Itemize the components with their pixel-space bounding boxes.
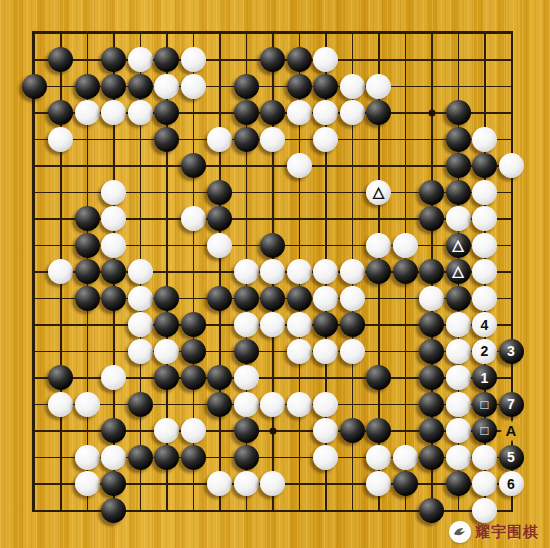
stone-white (366, 233, 391, 258)
intersection (206, 232, 233, 259)
intersection (286, 99, 313, 126)
intersection (339, 311, 366, 338)
stone-white (101, 445, 126, 470)
intersection (127, 99, 154, 126)
intersection (127, 46, 154, 73)
intersection (100, 258, 127, 285)
stone-black (48, 47, 73, 72)
intersection (47, 46, 74, 73)
logo: 耀宇围棋 (449, 518, 539, 546)
intersection (233, 126, 260, 153)
intersection (312, 338, 339, 365)
intersection (127, 444, 154, 471)
stone-black (419, 206, 444, 231)
stone-white (101, 100, 126, 125)
stone-black (101, 418, 126, 443)
intersection (233, 338, 260, 365)
intersection (418, 391, 445, 418)
stone-white (340, 286, 365, 311)
intersection (47, 99, 74, 126)
intersection (74, 285, 101, 312)
intersection: □ (471, 417, 498, 444)
stone-white (101, 365, 126, 390)
stone-white (128, 100, 153, 125)
intersection (259, 126, 286, 153)
stone-black-square-marked: □ (472, 418, 497, 443)
stone-black (181, 365, 206, 390)
stone-black (393, 259, 418, 284)
stone-white (472, 445, 497, 470)
intersection (74, 391, 101, 418)
stone-white (393, 445, 418, 470)
stone-black (366, 259, 391, 284)
stone-black (75, 74, 100, 99)
intersection (392, 258, 419, 285)
intersection (153, 73, 180, 100)
intersection: 4 (471, 311, 498, 338)
intersection (312, 126, 339, 153)
intersection (286, 285, 313, 312)
stone-white (340, 74, 365, 99)
intersection (47, 364, 74, 391)
stone-white (128, 259, 153, 284)
intersection: □ (471, 391, 498, 418)
intersection (233, 73, 260, 100)
stone-white (313, 392, 338, 417)
intersection (100, 99, 127, 126)
intersection (127, 311, 154, 338)
intersection (418, 338, 445, 365)
stone-white (287, 100, 312, 125)
intersection (74, 205, 101, 232)
intersection (312, 311, 339, 338)
stone-black (234, 74, 259, 99)
stone-white (181, 418, 206, 443)
intersection (471, 470, 498, 497)
intersection (206, 391, 233, 418)
square-mark: □ (481, 398, 489, 411)
triangle-mark: △ (452, 263, 464, 278)
square-mark: □ (481, 424, 489, 437)
intersection (259, 46, 286, 73)
intersection (206, 470, 233, 497)
intersection (392, 232, 419, 259)
intersection (312, 46, 339, 73)
intersection (127, 258, 154, 285)
intersection (74, 99, 101, 126)
intersection (471, 179, 498, 206)
move-number: 1 (481, 371, 489, 385)
stone-black (207, 365, 232, 390)
stone-white (313, 445, 338, 470)
stone-white (260, 259, 285, 284)
intersection (445, 391, 472, 418)
intersection (312, 99, 339, 126)
stone-white (181, 47, 206, 72)
stone-white-move-4: 4 (472, 312, 497, 337)
intersection (100, 46, 127, 73)
move-number: 5 (507, 450, 515, 464)
intersection (100, 444, 127, 471)
intersection (418, 179, 445, 206)
intersection (100, 73, 127, 100)
intersection (180, 364, 207, 391)
stone-white (313, 259, 338, 284)
stone-black (393, 471, 418, 496)
stone-white (181, 206, 206, 231)
stone-white (366, 445, 391, 470)
stone-black (75, 206, 100, 231)
intersection (233, 99, 260, 126)
intersection: 5 (498, 444, 525, 471)
stone-white (101, 206, 126, 231)
intersection (445, 152, 472, 179)
intersection (418, 444, 445, 471)
stone-black (419, 498, 444, 523)
stone-white (75, 471, 100, 496)
stone-white (446, 206, 471, 231)
stone-white (154, 74, 179, 99)
intersection: △ (445, 232, 472, 259)
stone-black (446, 286, 471, 311)
stone-white (446, 339, 471, 364)
stone-black (260, 286, 285, 311)
intersection (206, 285, 233, 312)
stone-black-move-7: 7 (499, 392, 524, 417)
stone-black (234, 286, 259, 311)
stone-white (313, 286, 338, 311)
stone-white (419, 286, 444, 311)
intersection (418, 258, 445, 285)
stone-black (154, 127, 179, 152)
intersection (74, 232, 101, 259)
stone-black (234, 418, 259, 443)
intersection (153, 311, 180, 338)
intersection (100, 205, 127, 232)
stone-white (101, 180, 126, 205)
stone-black (207, 392, 232, 417)
stone-white (340, 259, 365, 284)
intersection (365, 417, 392, 444)
stone-black (101, 47, 126, 72)
stone-black (446, 180, 471, 205)
stone-black (446, 153, 471, 178)
stone-black (128, 445, 153, 470)
move-number: 3 (507, 344, 515, 358)
intersection (153, 417, 180, 444)
intersection (100, 417, 127, 444)
stone-black (207, 180, 232, 205)
stone-white (340, 100, 365, 125)
stone-black (234, 339, 259, 364)
stone-black-triangle-marked: △ (446, 233, 471, 258)
stone-white (154, 339, 179, 364)
stone-black (101, 471, 126, 496)
intersection (365, 99, 392, 126)
intersection (471, 285, 498, 312)
intersection (259, 99, 286, 126)
stone-black (366, 100, 391, 125)
intersection (312, 285, 339, 312)
stone-white (472, 127, 497, 152)
intersection (445, 126, 472, 153)
intersection (445, 205, 472, 232)
intersection (312, 391, 339, 418)
intersection (365, 73, 392, 100)
intersection (418, 205, 445, 232)
stone-white (181, 74, 206, 99)
stone-white (234, 365, 259, 390)
stone-white (75, 392, 100, 417)
intersection (445, 99, 472, 126)
intersection (471, 126, 498, 153)
intersection (418, 364, 445, 391)
stone-white (393, 233, 418, 258)
stone-black (287, 74, 312, 99)
intersection (233, 311, 260, 338)
intersection (471, 258, 498, 285)
intersection (445, 444, 472, 471)
intersection (418, 497, 445, 524)
stone-black (154, 445, 179, 470)
stone-white (287, 259, 312, 284)
stone-black (419, 259, 444, 284)
stone-white-move-2: 2 (472, 339, 497, 364)
stone-black (75, 286, 100, 311)
stone-white (207, 471, 232, 496)
intersection (233, 391, 260, 418)
stone-black (419, 392, 444, 417)
triangle-mark: △ (452, 237, 464, 252)
stone-white (287, 339, 312, 364)
intersection (74, 73, 101, 100)
stone-black (313, 312, 338, 337)
stone-black (154, 312, 179, 337)
intersection (286, 391, 313, 418)
stone-black (48, 365, 73, 390)
stone-white (234, 471, 259, 496)
intersection (74, 444, 101, 471)
stone-black (446, 471, 471, 496)
intersection (153, 364, 180, 391)
intersection (47, 258, 74, 285)
intersection (259, 285, 286, 312)
stone-black-move-1: 1 (472, 365, 497, 390)
intersection (233, 444, 260, 471)
intersection (418, 417, 445, 444)
stone-black (128, 392, 153, 417)
intersection (153, 126, 180, 153)
intersection (74, 470, 101, 497)
intersection (445, 338, 472, 365)
stone-white (287, 312, 312, 337)
stone-black (75, 233, 100, 258)
intersection (153, 444, 180, 471)
stone-white (313, 127, 338, 152)
intersection (445, 179, 472, 206)
stone-black-move-5: 5 (499, 445, 524, 470)
stone-white (366, 74, 391, 99)
stone-black (101, 259, 126, 284)
stone-black (181, 445, 206, 470)
intersection (153, 99, 180, 126)
stone-white (234, 312, 259, 337)
intersection (445, 417, 472, 444)
intersection: 3 (498, 338, 525, 365)
intersection (471, 152, 498, 179)
stone-white (260, 127, 285, 152)
stone-white (234, 259, 259, 284)
stone-white (313, 47, 338, 72)
intersection (445, 364, 472, 391)
intersection: 1 (471, 364, 498, 391)
stone-black (75, 259, 100, 284)
intersection (180, 338, 207, 365)
stone-black (181, 153, 206, 178)
stone-white (207, 233, 232, 258)
intersection: △ (365, 179, 392, 206)
intersection (233, 470, 260, 497)
stone-black (101, 286, 126, 311)
intersection (392, 470, 419, 497)
stone-black (128, 74, 153, 99)
stone-white (128, 339, 153, 364)
intersection (365, 258, 392, 285)
intersection (339, 99, 366, 126)
stone-white (128, 286, 153, 311)
intersection: 7 (498, 391, 525, 418)
intersection (100, 470, 127, 497)
intersection (206, 179, 233, 206)
intersection (100, 497, 127, 524)
intersection: △ (445, 258, 472, 285)
stone-black (234, 127, 259, 152)
intersection (180, 46, 207, 73)
intersection (233, 364, 260, 391)
move-number: 4 (481, 318, 489, 332)
stone-black (419, 312, 444, 337)
intersection (233, 258, 260, 285)
stone-white (287, 153, 312, 178)
stone-white (75, 445, 100, 470)
intersection (286, 73, 313, 100)
intersection (100, 364, 127, 391)
intersection (153, 285, 180, 312)
stone-white (499, 153, 524, 178)
intersection (259, 232, 286, 259)
stone-black (366, 365, 391, 390)
stone-white (48, 392, 73, 417)
stone-white (260, 392, 285, 417)
intersection (365, 470, 392, 497)
stone-black (366, 418, 391, 443)
intersection (471, 205, 498, 232)
intersection (100, 232, 127, 259)
stone-black (154, 286, 179, 311)
stone-white (128, 47, 153, 72)
intersection (392, 444, 419, 471)
intersection (180, 73, 207, 100)
stone-black (472, 153, 497, 178)
stone-black (419, 445, 444, 470)
stone-white (260, 312, 285, 337)
stone-white (340, 339, 365, 364)
move-number: 6 (507, 477, 515, 491)
stone-white (446, 365, 471, 390)
stone-white (287, 392, 312, 417)
intersection (47, 126, 74, 153)
move-number: 7 (507, 397, 515, 411)
stone-white (472, 259, 497, 284)
intersection (259, 258, 286, 285)
intersection (445, 285, 472, 312)
stone-white (472, 233, 497, 258)
stone-black (287, 286, 312, 311)
stone-black (260, 233, 285, 258)
intersection (180, 444, 207, 471)
stone-black (446, 100, 471, 125)
stone-black (22, 74, 47, 99)
stone-white (260, 471, 285, 496)
intersection (206, 205, 233, 232)
intersection (312, 258, 339, 285)
intersection (74, 258, 101, 285)
intersection (233, 417, 260, 444)
stone-white-move-6: 6 (499, 471, 524, 496)
stone-white (313, 100, 338, 125)
stone-black (154, 100, 179, 125)
intersection (498, 152, 525, 179)
stone-black-move-3: 3 (499, 339, 524, 364)
stone-white (472, 180, 497, 205)
intersection (339, 73, 366, 100)
intersection (100, 285, 127, 312)
intersection (339, 258, 366, 285)
stone-white (234, 392, 259, 417)
stone-black (101, 498, 126, 523)
intersection (445, 470, 472, 497)
stone-black (207, 206, 232, 231)
stone-black-triangle-marked: △ (446, 259, 471, 284)
intersection (21, 73, 48, 100)
intersection (365, 232, 392, 259)
stone-black (340, 418, 365, 443)
intersection (471, 232, 498, 259)
intersection (286, 338, 313, 365)
intersection (471, 444, 498, 471)
intersection (312, 444, 339, 471)
stone-black (313, 74, 338, 99)
move-number: 2 (481, 344, 489, 358)
intersection (153, 46, 180, 73)
stone-black (419, 339, 444, 364)
stone-black (419, 418, 444, 443)
stone-white (128, 312, 153, 337)
stone-white (446, 392, 471, 417)
intersection (259, 311, 286, 338)
intersection (180, 205, 207, 232)
intersection (180, 417, 207, 444)
intersection (418, 285, 445, 312)
stone-black (287, 47, 312, 72)
intersection (312, 417, 339, 444)
intersection (286, 258, 313, 285)
intersection (286, 46, 313, 73)
stone-black (101, 74, 126, 99)
stone-white (313, 418, 338, 443)
stone-black (260, 100, 285, 125)
logo-text: 耀宇围棋 (475, 523, 539, 542)
